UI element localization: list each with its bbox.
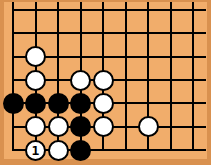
- white-stone[interactable]: [25, 70, 46, 91]
- white-stone[interactable]: [25, 116, 46, 137]
- white-stone[interactable]: [93, 116, 114, 137]
- black-stone[interactable]: [70, 116, 91, 137]
- black-stone[interactable]: [25, 93, 46, 114]
- black-stone[interactable]: [70, 93, 91, 114]
- board-line-vertical: [192, 2, 194, 151]
- white-stone[interactable]: [48, 116, 69, 137]
- board-line-horizontal: [12, 9, 206, 11]
- board-line-vertical: [170, 2, 172, 151]
- white-stone[interactable]: [138, 116, 159, 137]
- black-stone[interactable]: [3, 93, 24, 114]
- go-board-frame: 1: [0, 0, 211, 165]
- board-line-vertical: [125, 2, 127, 151]
- board-line-horizontal: [12, 32, 206, 34]
- board-line-vertical: [12, 2, 14, 151]
- white-stone[interactable]: [48, 140, 69, 161]
- white-stone[interactable]: [70, 70, 91, 91]
- move-number-label: 1: [32, 143, 40, 156]
- white-stone-move-1[interactable]: 1: [25, 140, 46, 161]
- white-stone[interactable]: [93, 93, 114, 114]
- white-stone[interactable]: [93, 70, 114, 91]
- white-stone[interactable]: [25, 46, 46, 67]
- black-stone[interactable]: [70, 140, 91, 161]
- black-stone[interactable]: [48, 93, 69, 114]
